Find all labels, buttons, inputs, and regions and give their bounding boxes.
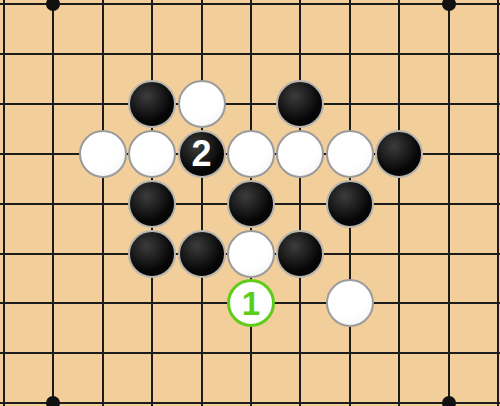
black-stone[interactable] [128, 230, 176, 278]
star-point [442, 0, 456, 11]
move-number-label: 2 [192, 136, 212, 172]
grid-line-horizontal [0, 402, 500, 404]
white-stone[interactable] [227, 230, 275, 278]
black-stone[interactable] [276, 230, 324, 278]
star-point [46, 0, 60, 11]
white-stone[interactable] [79, 130, 127, 178]
black-stone[interactable] [326, 180, 374, 228]
black-stone[interactable] [276, 80, 324, 128]
go-board[interactable]: 21 [0, 0, 500, 406]
grid-line-horizontal [0, 352, 500, 354]
white-stone[interactable] [227, 130, 275, 178]
white-stone[interactable] [326, 279, 374, 327]
black-stone[interactable] [128, 180, 176, 228]
black-stone[interactable] [227, 180, 275, 228]
white-stone[interactable] [326, 130, 374, 178]
white-stone[interactable] [128, 130, 176, 178]
white-stone[interactable] [178, 80, 226, 128]
grid-line-horizontal [0, 53, 500, 55]
grid-line-horizontal [0, 103, 500, 105]
black-stone[interactable] [178, 230, 226, 278]
move-number-label: 1 [242, 287, 260, 320]
black-stone[interactable]: 2 [178, 130, 226, 178]
star-point [442, 396, 456, 406]
white-stone[interactable] [276, 130, 324, 178]
star-point [46, 396, 60, 406]
black-stone[interactable] [128, 80, 176, 128]
white-stone[interactable]: 1 [227, 279, 275, 327]
grid-line-horizontal [0, 3, 500, 5]
black-stone[interactable] [375, 130, 423, 178]
